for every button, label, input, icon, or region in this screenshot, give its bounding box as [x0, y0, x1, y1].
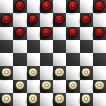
- white-checker-piece[interactable]: [81, 93, 92, 104]
- white-checker-piece[interactable]: [81, 67, 92, 78]
- square-e7[interactable]: [53, 13, 66, 26]
- square-h4[interactable]: [93, 53, 106, 66]
- square-b5: [13, 40, 26, 53]
- square-f8[interactable]: [66, 0, 79, 13]
- square-d3: [40, 66, 53, 79]
- red-checker-piece[interactable]: [28, 14, 39, 25]
- red-checker-piece[interactable]: [15, 1, 26, 12]
- square-g4: [80, 53, 93, 66]
- square-g3[interactable]: [80, 66, 93, 79]
- red-checker-piece[interactable]: [81, 14, 92, 25]
- square-c8: [27, 0, 40, 13]
- white-checker-piece[interactable]: [15, 80, 26, 91]
- square-f5: [66, 40, 79, 53]
- square-c4: [27, 53, 40, 66]
- square-b4[interactable]: [13, 53, 26, 66]
- square-d5: [40, 40, 53, 53]
- square-h7: [93, 13, 106, 26]
- square-h8[interactable]: [93, 0, 106, 13]
- square-h3: [93, 66, 106, 79]
- square-c2: [27, 80, 40, 93]
- square-d8[interactable]: [40, 0, 53, 13]
- white-checker-piece[interactable]: [41, 80, 52, 91]
- square-d1: [40, 93, 53, 106]
- red-checker-piece[interactable]: [94, 27, 105, 38]
- white-checker-piece[interactable]: [94, 80, 105, 91]
- white-checker-piece[interactable]: [28, 67, 39, 78]
- square-b8[interactable]: [13, 0, 26, 13]
- white-checker-piece[interactable]: [68, 80, 79, 91]
- square-d4[interactable]: [40, 53, 53, 66]
- square-f4[interactable]: [66, 53, 79, 66]
- square-e4: [53, 53, 66, 66]
- square-b3: [13, 66, 26, 79]
- square-h2[interactable]: [93, 80, 106, 93]
- square-e3[interactable]: [53, 66, 66, 79]
- square-b1: [13, 93, 26, 106]
- square-a3[interactable]: [0, 66, 13, 79]
- square-c5[interactable]: [27, 40, 40, 53]
- square-a1[interactable]: [0, 93, 13, 106]
- square-a7[interactable]: [0, 13, 13, 26]
- red-checker-piece[interactable]: [15, 27, 26, 38]
- square-b6[interactable]: [13, 27, 26, 40]
- square-g1[interactable]: [80, 93, 93, 106]
- square-a4: [0, 53, 13, 66]
- square-f2[interactable]: [66, 80, 79, 93]
- checkers-board: [0, 0, 106, 106]
- square-a2: [0, 80, 13, 93]
- red-checker-piece[interactable]: [1, 14, 12, 25]
- square-c3[interactable]: [27, 66, 40, 79]
- red-checker-piece[interactable]: [68, 1, 79, 12]
- square-h1: [93, 93, 106, 106]
- square-f1: [66, 93, 79, 106]
- square-f3: [66, 66, 79, 79]
- red-checker-piece[interactable]: [41, 1, 52, 12]
- square-g6: [80, 27, 93, 40]
- square-e5[interactable]: [53, 40, 66, 53]
- square-d6[interactable]: [40, 27, 53, 40]
- square-f6[interactable]: [66, 27, 79, 40]
- square-a6: [0, 27, 13, 40]
- white-checker-piece[interactable]: [1, 67, 12, 78]
- square-c6: [27, 27, 40, 40]
- white-checker-piece[interactable]: [28, 93, 39, 104]
- square-e8: [53, 0, 66, 13]
- white-checker-piece[interactable]: [1, 93, 12, 104]
- square-c1[interactable]: [27, 93, 40, 106]
- square-e6: [53, 27, 66, 40]
- square-g2: [80, 80, 93, 93]
- square-b7: [13, 13, 26, 26]
- square-g5[interactable]: [80, 40, 93, 53]
- square-a8: [0, 0, 13, 13]
- square-h6[interactable]: [93, 27, 106, 40]
- square-h5: [93, 40, 106, 53]
- square-d7: [40, 13, 53, 26]
- square-f7: [66, 13, 79, 26]
- square-g8: [80, 0, 93, 13]
- square-e2: [53, 80, 66, 93]
- white-checker-piece[interactable]: [54, 93, 65, 104]
- white-checker-piece[interactable]: [54, 67, 65, 78]
- square-e1[interactable]: [53, 93, 66, 106]
- square-c7[interactable]: [27, 13, 40, 26]
- red-checker-piece[interactable]: [41, 27, 52, 38]
- red-checker-piece[interactable]: [94, 1, 105, 12]
- square-a5[interactable]: [0, 40, 13, 53]
- red-checker-piece[interactable]: [68, 27, 79, 38]
- square-d2[interactable]: [40, 80, 53, 93]
- square-g7[interactable]: [80, 13, 93, 26]
- square-b2[interactable]: [13, 80, 26, 93]
- red-checker-piece[interactable]: [54, 14, 65, 25]
